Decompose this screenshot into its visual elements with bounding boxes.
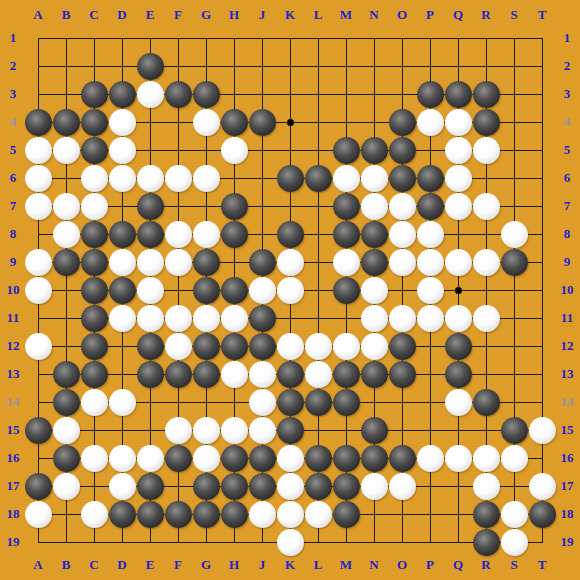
board-point-M12: [333, 333, 361, 361]
board-point-P14[interactable]: [417, 389, 445, 417]
board-point-T8[interactable]: [529, 221, 557, 249]
board-point-F4[interactable]: [165, 109, 193, 137]
black-stone: [53, 361, 80, 388]
board-point-S17[interactable]: [501, 473, 529, 501]
board-point-K5[interactable]: [277, 137, 305, 165]
white-stone: [361, 305, 388, 332]
board-point-C8: [81, 221, 109, 249]
board-point-L8[interactable]: [305, 221, 333, 249]
col-label-bottom: C: [83, 557, 105, 573]
board-point-G5[interactable]: [193, 137, 221, 165]
board-point-J3[interactable]: [249, 81, 277, 109]
board-point-P2[interactable]: [417, 53, 445, 81]
board-point-N2[interactable]: [361, 53, 389, 81]
row-label-right: 16: [556, 450, 578, 466]
col-label-bottom: M: [335, 557, 357, 573]
board-point-T7[interactable]: [529, 193, 557, 221]
black-stone: [53, 445, 80, 472]
board-point-B18[interactable]: [53, 501, 81, 529]
board-point-A11[interactable]: [25, 305, 53, 333]
col-label-top: T: [531, 7, 553, 23]
board-point-T1[interactable]: [529, 25, 557, 53]
board-point-Q19[interactable]: [445, 529, 473, 557]
white-stone: [501, 529, 528, 556]
board-point-H7: [221, 193, 249, 221]
board-point-F5[interactable]: [165, 137, 193, 165]
black-stone: [81, 137, 108, 164]
board-point-A2[interactable]: [25, 53, 53, 81]
board-point-L13: [305, 361, 333, 389]
board-point-N9: [361, 249, 389, 277]
black-stone: [221, 501, 248, 528]
board-point-D13[interactable]: [109, 361, 137, 389]
board-point-A6: [25, 165, 53, 193]
board-point-E10: [137, 277, 165, 305]
col-label-bottom: K: [279, 557, 301, 573]
white-stone: [389, 221, 416, 248]
board-point-H3[interactable]: [221, 81, 249, 109]
board-point-T14[interactable]: [529, 389, 557, 417]
col-label-top: D: [111, 7, 133, 23]
board-point-A13[interactable]: [25, 361, 53, 389]
board-point-N14[interactable]: [361, 389, 389, 417]
board-point-E1[interactable]: [137, 25, 165, 53]
board-point-F1[interactable]: [165, 25, 193, 53]
white-stone: [305, 361, 332, 388]
board-point-J7[interactable]: [249, 193, 277, 221]
white-stone: [277, 277, 304, 304]
black-stone: [249, 109, 276, 136]
board-point-M4[interactable]: [333, 109, 361, 137]
board-point-E14[interactable]: [137, 389, 165, 417]
go-board: AABBCCDDEEFFGGHHJJKKLLMMNNOOPPQQRRSSTT11…: [0, 0, 580, 580]
board-point-S11[interactable]: [501, 305, 529, 333]
board-point-T5[interactable]: [529, 137, 557, 165]
board-point-K2[interactable]: [277, 53, 305, 81]
board-point-L5[interactable]: [305, 137, 333, 165]
board-point-P13[interactable]: [417, 361, 445, 389]
board-point-C19[interactable]: [81, 529, 109, 557]
black-stone: [249, 333, 276, 360]
white-stone: [221, 417, 248, 444]
board-point-S6[interactable]: [501, 165, 529, 193]
board-point-G1[interactable]: [193, 25, 221, 53]
board-point-A14[interactable]: [25, 389, 53, 417]
white-stone: [277, 529, 304, 556]
board-point-M1[interactable]: [333, 25, 361, 53]
white-stone: [137, 445, 164, 472]
board-point-O12: [389, 333, 417, 361]
white-stone: [81, 165, 108, 192]
board-point-P1[interactable]: [417, 25, 445, 53]
row-label-right: 13: [556, 366, 578, 382]
black-stone: [221, 333, 248, 360]
board-point-L7[interactable]: [305, 193, 333, 221]
board-point-F10[interactable]: [165, 277, 193, 305]
board-point-A1[interactable]: [25, 25, 53, 53]
col-label-top: F: [167, 7, 189, 23]
row-label-right: 2: [556, 58, 578, 74]
board-point-O14[interactable]: [389, 389, 417, 417]
board-point-E8: [137, 221, 165, 249]
board-point-L10[interactable]: [305, 277, 333, 305]
board-point-O3[interactable]: [389, 81, 417, 109]
white-stone: [417, 305, 444, 332]
board-point-R15[interactable]: [473, 417, 501, 445]
board-point-M11[interactable]: [333, 305, 361, 333]
board-point-T17: [529, 473, 557, 501]
board-point-H1[interactable]: [221, 25, 249, 53]
board-point-N18[interactable]: [361, 501, 389, 529]
row-label-left: 14: [2, 394, 24, 410]
board-point-J5[interactable]: [249, 137, 277, 165]
board-point-L19[interactable]: [305, 529, 333, 557]
board-point-F2[interactable]: [165, 53, 193, 81]
board-point-M19[interactable]: [333, 529, 361, 557]
black-stone: [389, 137, 416, 164]
board-point-O18[interactable]: [389, 501, 417, 529]
board-point-L16: [305, 445, 333, 473]
board-point-L3[interactable]: [305, 81, 333, 109]
board-point-C15[interactable]: [81, 417, 109, 445]
board-point-R16: [473, 445, 501, 473]
board-point-N1[interactable]: [361, 25, 389, 53]
board-point-L9[interactable]: [305, 249, 333, 277]
row-label-left: 15: [2, 422, 24, 438]
board-point-Q1[interactable]: [445, 25, 473, 53]
board-point-H4: [221, 109, 249, 137]
board-point-O15[interactable]: [389, 417, 417, 445]
board-point-T12[interactable]: [529, 333, 557, 361]
col-label-top: R: [475, 7, 497, 23]
board-point-F14[interactable]: [165, 389, 193, 417]
board-point-H15: [221, 417, 249, 445]
row-label-right: 14: [556, 394, 578, 410]
black-stone: [165, 81, 192, 108]
board-point-A8[interactable]: [25, 221, 53, 249]
board-point-L2[interactable]: [305, 53, 333, 81]
board-point-C17[interactable]: [81, 473, 109, 501]
col-label-bottom: T: [531, 557, 553, 573]
white-stone: [361, 277, 388, 304]
board-point-R10[interactable]: [473, 277, 501, 305]
row-label-right: 1: [556, 30, 578, 46]
board-point-B8: [53, 221, 81, 249]
board-point-R17: [473, 473, 501, 501]
board-point-G14[interactable]: [193, 389, 221, 417]
board-point-H14[interactable]: [221, 389, 249, 417]
board-point-Q6: [445, 165, 473, 193]
board-point-G10: [193, 277, 221, 305]
board-point-J8[interactable]: [249, 221, 277, 249]
board-point-D15[interactable]: [109, 417, 137, 445]
board-point-B11[interactable]: [53, 305, 81, 333]
board-point-C10: [81, 277, 109, 305]
board-point-B1[interactable]: [53, 25, 81, 53]
col-label-top: E: [139, 7, 161, 23]
board-point-B3[interactable]: [53, 81, 81, 109]
board-point-M2[interactable]: [333, 53, 361, 81]
board-point-S1[interactable]: [501, 25, 529, 53]
black-stone: [221, 445, 248, 472]
board-point-B2[interactable]: [53, 53, 81, 81]
board-point-T16[interactable]: [529, 445, 557, 473]
board-point-C14: [81, 389, 109, 417]
black-stone: [417, 81, 444, 108]
board-point-J2[interactable]: [249, 53, 277, 81]
board-point-E4[interactable]: [137, 109, 165, 137]
board-point-S9: [501, 249, 529, 277]
black-stone: [53, 249, 80, 276]
row-label-left: 7: [2, 198, 24, 214]
black-stone: [249, 305, 276, 332]
board-point-K11[interactable]: [277, 305, 305, 333]
board-point-Q4: [445, 109, 473, 137]
board-point-D2[interactable]: [109, 53, 137, 81]
board-point-C2[interactable]: [81, 53, 109, 81]
board-point-M15[interactable]: [333, 417, 361, 445]
board-point-J6[interactable]: [249, 165, 277, 193]
board-point-R2[interactable]: [473, 53, 501, 81]
board-point-S12[interactable]: [501, 333, 529, 361]
board-point-E19[interactable]: [137, 529, 165, 557]
board-point-C16: [81, 445, 109, 473]
black-stone: [389, 333, 416, 360]
board-point-D1[interactable]: [109, 25, 137, 53]
board-point-P18[interactable]: [417, 501, 445, 529]
black-stone: [305, 445, 332, 472]
board-point-D12[interactable]: [109, 333, 137, 361]
row-label-left: 18: [2, 506, 24, 522]
white-stone: [249, 417, 276, 444]
white-stone: [445, 249, 472, 276]
board-point-M16: [333, 445, 361, 473]
black-stone: [109, 221, 136, 248]
board-point-A5: [25, 137, 53, 165]
board-point-B19[interactable]: [53, 529, 81, 557]
white-stone: [361, 165, 388, 192]
board-point-B12[interactable]: [53, 333, 81, 361]
board-point-H9[interactable]: [221, 249, 249, 277]
board-point-N19[interactable]: [361, 529, 389, 557]
black-stone: [165, 445, 192, 472]
board-point-Q18[interactable]: [445, 501, 473, 529]
board-point-B15: [53, 417, 81, 445]
board-point-T18: [529, 501, 557, 529]
black-stone: [445, 81, 472, 108]
white-stone: [361, 193, 388, 220]
board-point-K3[interactable]: [277, 81, 305, 109]
row-label-right: 17: [556, 478, 578, 494]
row-label-left: 10: [2, 282, 24, 298]
board-point-P17[interactable]: [417, 473, 445, 501]
board-point-R13[interactable]: [473, 361, 501, 389]
board-point-F17[interactable]: [165, 473, 193, 501]
board-point-C6: [81, 165, 109, 193]
board-point-F19[interactable]: [165, 529, 193, 557]
board-point-N10: [361, 277, 389, 305]
board-point-K7[interactable]: [277, 193, 305, 221]
board-point-R4: [473, 109, 501, 137]
board-point-G2[interactable]: [193, 53, 221, 81]
board-point-T2[interactable]: [529, 53, 557, 81]
black-stone: [333, 445, 360, 472]
black-stone: [193, 333, 220, 360]
board-point-O19[interactable]: [389, 529, 417, 557]
board-point-D19[interactable]: [109, 529, 137, 557]
white-stone: [109, 165, 136, 192]
black-stone: [249, 249, 276, 276]
white-stone: [109, 109, 136, 136]
white-stone: [277, 501, 304, 528]
board-point-S7[interactable]: [501, 193, 529, 221]
board-point-O1[interactable]: [389, 25, 417, 53]
board-point-A19[interactable]: [25, 529, 53, 557]
board-point-R8[interactable]: [473, 221, 501, 249]
board-point-E15[interactable]: [137, 417, 165, 445]
board-point-K13: [277, 361, 305, 389]
white-stone: [389, 305, 416, 332]
board-point-S14[interactable]: [501, 389, 529, 417]
board-point-H11: [221, 305, 249, 333]
board-point-B6[interactable]: [53, 165, 81, 193]
board-point-T13[interactable]: [529, 361, 557, 389]
board-point-T10[interactable]: [529, 277, 557, 305]
board-point-K1[interactable]: [277, 25, 305, 53]
black-stone: [81, 305, 108, 332]
board-point-S13[interactable]: [501, 361, 529, 389]
black-stone: [221, 193, 248, 220]
black-stone: [529, 501, 556, 528]
board-point-O5: [389, 137, 417, 165]
board-point-L4[interactable]: [305, 109, 333, 137]
white-stone: [53, 473, 80, 500]
row-label-left: 1: [2, 30, 24, 46]
board-point-E5[interactable]: [137, 137, 165, 165]
board-point-K6: [277, 165, 305, 193]
board-point-A16[interactable]: [25, 445, 53, 473]
board-point-J1[interactable]: [249, 25, 277, 53]
black-stone: [417, 193, 444, 220]
board-point-S5[interactable]: [501, 137, 529, 165]
board-point-R1[interactable]: [473, 25, 501, 53]
board-point-G7[interactable]: [193, 193, 221, 221]
board-point-R12[interactable]: [473, 333, 501, 361]
board-point-Q15[interactable]: [445, 417, 473, 445]
board-point-P12[interactable]: [417, 333, 445, 361]
board-point-T6[interactable]: [529, 165, 557, 193]
board-point-Q17[interactable]: [445, 473, 473, 501]
star-point-Q10: [455, 287, 462, 294]
board-point-N3[interactable]: [361, 81, 389, 109]
white-stone: [445, 165, 472, 192]
black-stone: [277, 165, 304, 192]
board-point-H2[interactable]: [221, 53, 249, 81]
board-point-T11[interactable]: [529, 305, 557, 333]
board-point-S4[interactable]: [501, 109, 529, 137]
board-point-F3: [165, 81, 193, 109]
row-label-right: 4: [556, 114, 578, 130]
row-label-left: 16: [2, 450, 24, 466]
white-stone: [417, 249, 444, 276]
white-stone: [445, 389, 472, 416]
white-stone: [25, 165, 52, 192]
board-point-Q2[interactable]: [445, 53, 473, 81]
board-point-T19[interactable]: [529, 529, 557, 557]
white-stone: [165, 165, 192, 192]
board-point-O10[interactable]: [389, 277, 417, 305]
black-stone: [25, 473, 52, 500]
board-point-A3[interactable]: [25, 81, 53, 109]
white-stone: [193, 417, 220, 444]
board-point-K8: [277, 221, 305, 249]
board-point-P19[interactable]: [417, 529, 445, 557]
board-point-L15[interactable]: [305, 417, 333, 445]
black-stone: [389, 445, 416, 472]
board-point-H19[interactable]: [221, 529, 249, 557]
board-point-N11: [361, 305, 389, 333]
white-stone: [25, 333, 52, 360]
board-point-B4: [53, 109, 81, 137]
white-stone: [277, 249, 304, 276]
board-point-L11[interactable]: [305, 305, 333, 333]
white-stone: [473, 473, 500, 500]
black-stone: [389, 361, 416, 388]
board-point-O2[interactable]: [389, 53, 417, 81]
black-stone: [333, 221, 360, 248]
board-point-S3[interactable]: [501, 81, 529, 109]
board-point-G11: [193, 305, 221, 333]
board-point-M3[interactable]: [333, 81, 361, 109]
black-stone: [53, 389, 80, 416]
board-point-N15: [361, 417, 389, 445]
black-stone: [473, 109, 500, 136]
board-point-F8: [165, 221, 193, 249]
board-point-B14: [53, 389, 81, 417]
board-point-P15[interactable]: [417, 417, 445, 445]
board-point-S10[interactable]: [501, 277, 529, 305]
board-point-Q8[interactable]: [445, 221, 473, 249]
board-point-M13: [333, 361, 361, 389]
col-label-top: H: [223, 7, 245, 23]
board-point-C7: [81, 193, 109, 221]
board-point-O8: [389, 221, 417, 249]
board-point-B10[interactable]: [53, 277, 81, 305]
row-label-right: 11: [556, 310, 578, 326]
board-point-T3[interactable]: [529, 81, 557, 109]
board-point-D7[interactable]: [109, 193, 137, 221]
board-point-F7[interactable]: [165, 193, 193, 221]
board-point-T9[interactable]: [529, 249, 557, 277]
board-point-T4[interactable]: [529, 109, 557, 137]
board-point-C1[interactable]: [81, 25, 109, 53]
board-point-G19[interactable]: [193, 529, 221, 557]
board-point-L14: [305, 389, 333, 417]
board-point-R6[interactable]: [473, 165, 501, 193]
white-stone: [305, 501, 332, 528]
board-point-J19[interactable]: [249, 529, 277, 557]
black-stone: [137, 473, 164, 500]
board-point-P5[interactable]: [417, 137, 445, 165]
board-point-H6[interactable]: [221, 165, 249, 193]
board-point-L1[interactable]: [305, 25, 333, 53]
white-stone: [361, 333, 388, 360]
board-point-N4[interactable]: [361, 109, 389, 137]
board-point-S2[interactable]: [501, 53, 529, 81]
black-stone: [81, 81, 108, 108]
white-stone: [221, 305, 248, 332]
board-point-P10: [417, 277, 445, 305]
